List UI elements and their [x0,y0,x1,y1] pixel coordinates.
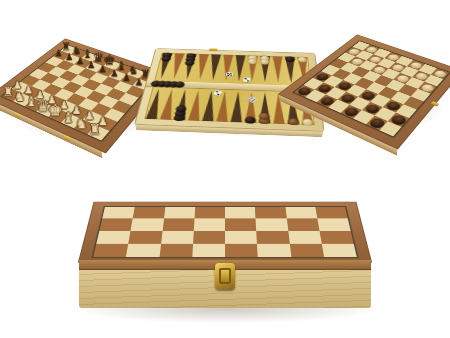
die-pip [230,73,232,74]
box-top-square [256,231,289,244]
chess-grid: ♜♞♝♛♚♝♞♜♟♟♟♟♟♟♟♟♟♟♟♟♟♟♟♟♜♞♝♛♚♝♞♜ [2,45,157,140]
box-top-square [128,231,162,244]
box-top-square [99,219,133,231]
box-top-square [225,219,256,231]
point-triangle [215,91,232,122]
black-pawn: ♟ [65,53,73,62]
product-photo-stage: ♜♞♝♛♚♝♞♜♟♟♟♟♟♟♟♟♟♟♟♟♟♟♟♟♜♞♝♛♚♝♞♜ [0,0,450,338]
box-top-square [192,244,225,257]
box-top-square [315,207,348,219]
white-rook: ♜ [89,123,101,137]
point-triangle [187,90,206,121]
die-pip [227,75,229,76]
point-triangle [258,92,272,124]
dark-checker-piece [319,96,335,106]
die-icon [247,96,257,103]
die-pip [251,101,253,103]
die-pip [231,75,233,76]
box-top-square [225,231,257,244]
box-top-square [286,219,319,231]
backgammon-point-bottom [229,91,245,122]
die-icon [213,90,223,96]
backgammon-point-bottom [187,90,206,121]
brown-backgammon-checker [260,117,270,124]
white-bishop: ♝ [62,110,75,125]
brown-backgammon-checker [260,113,270,120]
black-pawn: ♟ [135,77,144,87]
box-top-square [162,219,194,231]
box-top-square [194,219,225,231]
black-pawn: ♟ [99,64,108,74]
light-checker-piece [433,69,447,78]
box-top-square [159,244,193,257]
box-top-square [225,207,256,219]
die-pip [248,99,250,101]
box-top-square [102,207,135,219]
die-icon [243,77,251,82]
black-pawn: ♟ [87,60,96,70]
box-top-square [317,219,351,231]
white-knight: ♞ [75,117,87,131]
open-checkers-board [296,14,450,150]
box-top-square [161,231,194,244]
box-top-square [288,231,322,244]
black-pawn: ♟ [122,73,131,83]
box-front-side [79,260,371,308]
box-top-square [93,244,128,257]
open-chess-board: ♜♞♝♛♚♝♞♜♟♟♟♟♟♟♟♟♟♟♟♟♟♟♟♟♜♞♝♛♚♝♞♜ [0,16,166,156]
box-top-square [256,219,288,231]
black-pawn: ♟ [76,56,84,65]
backgammon-point-bottom [172,89,191,120]
box-top-square [255,207,286,219]
box-top-square [164,207,195,219]
closed-game-box [60,156,390,316]
brass-latch-icon [210,48,219,51]
point-triangle [243,92,258,124]
box-top-grid [93,207,357,257]
checkers-grid [294,41,449,136]
black-pawn: ♟ [110,69,119,79]
box-top-square [257,244,291,257]
dark-checker-piece [340,93,356,103]
die-pip [251,97,253,99]
point-triangle [172,89,191,120]
black-backgammon-checker [176,105,187,112]
die-icon [226,72,234,77]
die-pip [247,81,249,82]
backgammon-point-bottom [201,90,219,121]
black-pawn: ♟ [55,49,63,58]
white-knight: ♞ [14,90,25,103]
point-triangle [158,89,178,120]
light-checker-piece [386,53,400,61]
backgammon-point-bottom [215,91,232,122]
black-backgammon-checker [175,110,186,117]
brass-hinge-icon [64,135,70,142]
point-triangle [201,90,219,121]
box-top-square [194,207,225,219]
die-pip [216,91,218,92]
die-pip [250,98,252,100]
box-top-square [319,231,353,244]
light-checker-piece [391,63,405,71]
box-top-square [322,244,357,257]
box-top-square [133,207,165,219]
die-pip [217,94,219,95]
box-top-square [96,231,130,244]
box-top-checkerboard [79,202,371,262]
box-top-square [126,244,161,257]
light-checker-piece [395,74,410,83]
backgammon-point-bottom [258,92,272,124]
box-top-square [285,207,317,219]
brass-latch-icon [431,101,440,106]
backgammon-point-bottom [158,89,178,120]
checkers-board [279,35,450,148]
black-backgammon-checker [246,116,256,123]
black-backgammon-checker [175,114,186,121]
die-pip [254,99,256,101]
point-triangle [144,88,165,119]
backgammon-point-bottom [243,92,258,124]
die-pip [252,100,254,102]
box-top-square [225,244,258,257]
dark-checker-piece [296,86,312,96]
brass-clasp-icon [215,263,235,290]
box-top-square [131,219,164,231]
backgammon-point-bottom [144,88,165,119]
point-triangle [229,91,245,122]
dark-checker-piece [368,117,385,129]
brass-hinge-icon [15,112,20,118]
box-top-square [289,244,324,257]
box-top-square [193,231,225,244]
white-rook: ♜ [3,86,14,98]
